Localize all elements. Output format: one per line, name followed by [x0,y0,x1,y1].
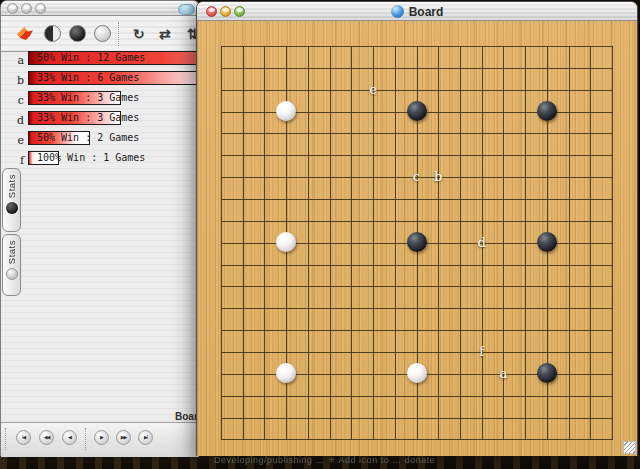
board-window-title: Board [409,5,444,19]
board-window-icon [391,5,404,18]
black-stone[interactable] [537,232,557,252]
stat-row-e[interactable]: e50% Win : 2 Games [1,129,201,149]
stat-row-f[interactable]: f100% Win : 1 Games [1,149,201,169]
skip-to-start-button[interactable]: I◀ [16,430,31,445]
grid-line [221,265,613,266]
white-stone-icon [6,268,18,280]
white-stone-icon[interactable] [94,25,111,42]
win-rate-bar[interactable]: 33% Win : 6 Games [28,71,214,85]
board-window: Board ecbdfa [196,1,638,456]
win-rate-bar[interactable]: 50% Win : 2 Games [28,131,90,145]
swap-icon[interactable]: ⇄ [159,26,171,42]
black-stone[interactable] [537,101,557,121]
black-stone[interactable] [407,232,427,252]
grid-line [221,439,613,440]
stats-tab-label: Stats [6,174,17,198]
grid-line [221,352,613,353]
move-label-f[interactable]: f [479,344,484,359]
grid-line [221,418,613,419]
controls-separator [85,428,86,450]
stats-drawer-tab-white[interactable]: Stats [2,234,21,296]
stats-titlebar[interactable] [1,1,199,16]
half-stone-icon[interactable] [44,25,61,42]
toolbar-toggle-capsule[interactable] [178,4,195,15]
resize-grip-icon[interactable] [623,441,636,454]
black-stone[interactable] [407,101,427,121]
grid-line [569,46,570,440]
white-stone[interactable] [407,363,427,383]
grid-line [460,46,461,440]
win-rate-bar[interactable]: 33% Win : 3 Games [28,91,121,105]
move-label-d[interactable]: d [477,234,485,249]
stat-row-letter: a [1,54,24,67]
black-stone-icon[interactable] [69,25,86,42]
rewind-button[interactable]: ◀◀ [39,430,54,445]
grid-line [221,308,613,309]
step-forward-button[interactable]: ▶ [94,430,109,445]
grid-line [612,46,613,440]
stat-row-letter: c [1,94,24,107]
stats-drawer-tab-black[interactable]: Stats [2,168,21,232]
move-label-b[interactable]: b [434,169,442,184]
grid-line [525,46,526,440]
grid-line [590,46,591,440]
close-icon[interactable] [7,3,18,14]
white-stone[interactable] [276,363,296,383]
stat-row-letter: d [1,114,24,127]
stats-toolbar: ↻ ⇄ ⇅ [1,16,199,52]
stat-row-c[interactable]: c33% Win : 3 Games [1,89,201,109]
zoom-icon[interactable] [35,3,46,14]
refresh-icon[interactable]: ↻ [133,26,145,42]
win-rate-bar[interactable]: 33% Win : 3 Games [28,111,121,125]
win-rate-bar[interactable]: 100% Win : 1 Games [28,151,59,165]
minimize-icon[interactable] [21,3,32,14]
grid-line [221,286,613,287]
stat-row-b[interactable]: b33% Win : 6 Games [1,69,201,89]
stats-tab-label: Stats [6,240,17,264]
grid-line [221,330,613,331]
stat-row-letter: b [1,74,24,87]
black-stone-icon [6,202,18,214]
go-board[interactable]: ecbdfa [197,21,637,456]
stat-row-a[interactable]: a50% Win : 12 Games [1,49,201,69]
stat-row-d[interactable]: d33% Win : 3 Games [1,109,201,129]
move-label-a[interactable]: a [500,366,508,381]
fast-forward-button[interactable]: ▶▶ [116,430,131,445]
grid-line [438,46,439,440]
white-stone[interactable] [276,101,296,121]
app-logo-icon[interactable] [17,27,33,40]
stats-window: ↻ ⇄ ⇅ a50% Win : 12 Gamesb33% Win : 6 Ga… [0,0,200,456]
controls-separator [5,428,6,450]
move-label-e[interactable]: e [369,81,377,96]
win-stats-list: a50% Win : 12 Gamesb33% Win : 6 Gamesc33… [1,49,201,169]
move-label-c[interactable]: c [413,169,420,184]
white-stone[interactable] [276,232,296,252]
board-titlebar[interactable]: Board [197,2,637,21]
skip-to-end-button[interactable]: ▶I [138,430,153,445]
desktop-caption: Developing/publishing … ✳ Add icon to … … [214,455,634,465]
toolbar-separator [118,22,119,46]
step-back-button[interactable]: ◀ [62,430,77,445]
stat-row-letter: e [1,134,24,147]
grid-line [503,46,504,440]
playback-controls-bar: I◀◀◀◀▶▶▶▶I [1,422,199,457]
stat-row-letter: f [1,154,24,167]
grid-line [221,396,613,397]
black-stone[interactable] [537,363,557,383]
